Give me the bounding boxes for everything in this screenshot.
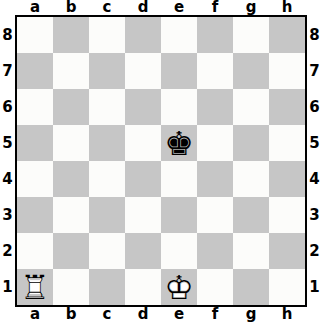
rank-label-7: 7: [307, 53, 322, 89]
file-label-f: f: [197, 0, 233, 15]
square-g1[interactable]: [233, 269, 269, 305]
file-labels-top: abcdefgh: [17, 0, 305, 15]
square-b5[interactable]: [53, 125, 89, 161]
square-c1[interactable]: [89, 269, 125, 305]
square-a2[interactable]: [17, 233, 53, 269]
file-label-a: a: [17, 0, 53, 15]
square-c2[interactable]: [89, 233, 125, 269]
square-g6[interactable]: [233, 89, 269, 125]
square-b6[interactable]: [53, 89, 89, 125]
square-a4[interactable]: [17, 161, 53, 197]
square-g5[interactable]: [233, 125, 269, 161]
white-rook[interactable]: ♜♖: [17, 269, 53, 305]
square-b8[interactable]: [53, 17, 89, 53]
square-f7[interactable]: [197, 53, 233, 89]
rank-label-8: 8: [307, 17, 322, 53]
file-label-f: f: [197, 307, 233, 322]
rank-labels-left: 87654321: [0, 17, 15, 305]
rank-label-5: 5: [0, 125, 15, 161]
file-label-e: e: [161, 0, 197, 15]
rank-label-8: 8: [0, 17, 15, 53]
square-e7[interactable]: [161, 53, 197, 89]
piece-glyph-outline: ♚: [161, 125, 197, 161]
square-h8[interactable]: [269, 17, 305, 53]
square-d1[interactable]: [125, 269, 161, 305]
square-h7[interactable]: [269, 53, 305, 89]
square-d2[interactable]: [125, 233, 161, 269]
square-h1[interactable]: [269, 269, 305, 305]
square-f1[interactable]: [197, 269, 233, 305]
square-d6[interactable]: [125, 89, 161, 125]
rank-label-1: 1: [0, 269, 15, 305]
rank-label-3: 3: [307, 197, 322, 233]
square-c8[interactable]: [89, 17, 125, 53]
square-d8[interactable]: [125, 17, 161, 53]
file-label-b: b: [53, 307, 89, 322]
rank-label-7: 7: [0, 53, 15, 89]
rank-labels-right: 87654321: [307, 17, 322, 305]
square-f2[interactable]: [197, 233, 233, 269]
rank-label-4: 4: [0, 161, 15, 197]
square-b4[interactable]: [53, 161, 89, 197]
square-d5[interactable]: [125, 125, 161, 161]
square-h2[interactable]: [269, 233, 305, 269]
square-f4[interactable]: [197, 161, 233, 197]
square-e6[interactable]: [161, 89, 197, 125]
file-label-b: b: [53, 0, 89, 15]
square-f5[interactable]: [197, 125, 233, 161]
file-label-g: g: [233, 307, 269, 322]
square-a6[interactable]: [17, 89, 53, 125]
square-e5[interactable]: ♚: [161, 125, 197, 161]
piece-glyph-outline: ♖: [17, 269, 53, 305]
file-label-a: a: [17, 307, 53, 322]
square-g4[interactable]: [233, 161, 269, 197]
rank-label-4: 4: [307, 161, 322, 197]
square-b2[interactable]: [53, 233, 89, 269]
file-label-d: d: [125, 0, 161, 15]
rank-label-5: 5: [307, 125, 322, 161]
file-label-h: h: [269, 307, 305, 322]
square-c3[interactable]: [89, 197, 125, 233]
chess-diagram: abcdefgh abcdefgh 87654321 87654321 ♚♜♖♚…: [0, 0, 322, 322]
square-b7[interactable]: [53, 53, 89, 89]
square-g3[interactable]: [233, 197, 269, 233]
square-h5[interactable]: [269, 125, 305, 161]
black-king[interactable]: ♚: [161, 125, 197, 161]
file-label-d: d: [125, 307, 161, 322]
square-a3[interactable]: [17, 197, 53, 233]
white-king[interactable]: ♚♔: [161, 269, 197, 305]
file-label-c: c: [89, 307, 125, 322]
square-e4[interactable]: [161, 161, 197, 197]
file-label-h: h: [269, 0, 305, 15]
square-c5[interactable]: [89, 125, 125, 161]
file-label-e: e: [161, 307, 197, 322]
rank-label-1: 1: [307, 269, 322, 305]
rank-label-2: 2: [307, 233, 322, 269]
square-e2[interactable]: [161, 233, 197, 269]
rank-label-2: 2: [0, 233, 15, 269]
square-f8[interactable]: [197, 17, 233, 53]
rank-label-6: 6: [0, 89, 15, 125]
file-label-g: g: [233, 0, 269, 15]
square-c4[interactable]: [89, 161, 125, 197]
file-labels-bottom: abcdefgh: [17, 307, 305, 322]
square-e3[interactable]: [161, 197, 197, 233]
square-b3[interactable]: [53, 197, 89, 233]
square-g7[interactable]: [233, 53, 269, 89]
square-e1[interactable]: ♚♔: [161, 269, 197, 305]
piece-glyph-outline: ♔: [161, 269, 197, 305]
rank-label-6: 6: [307, 89, 322, 125]
square-h6[interactable]: [269, 89, 305, 125]
square-c7[interactable]: [89, 53, 125, 89]
square-g2[interactable]: [233, 233, 269, 269]
square-f3[interactable]: [197, 197, 233, 233]
file-label-c: c: [89, 0, 125, 15]
square-a1[interactable]: ♜♖: [17, 269, 53, 305]
chess-board: ♚♜♖♚♔: [15, 15, 307, 307]
square-b1[interactable]: [53, 269, 89, 305]
square-a5[interactable]: [17, 125, 53, 161]
square-c6[interactable]: [89, 89, 125, 125]
square-h4[interactable]: [269, 161, 305, 197]
square-f6[interactable]: [197, 89, 233, 125]
square-e8[interactable]: [161, 17, 197, 53]
square-a7[interactable]: [17, 53, 53, 89]
rank-label-3: 3: [0, 197, 15, 233]
square-d3[interactable]: [125, 197, 161, 233]
square-a8[interactable]: [17, 17, 53, 53]
square-h3[interactable]: [269, 197, 305, 233]
square-d4[interactable]: [125, 161, 161, 197]
square-g8[interactable]: [233, 17, 269, 53]
square-d7[interactable]: [125, 53, 161, 89]
